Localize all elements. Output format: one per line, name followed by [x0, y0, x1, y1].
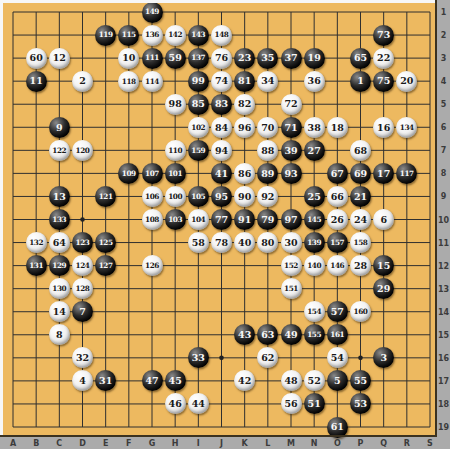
move-number: 77: [215, 215, 228, 225]
move-number: 143: [191, 31, 205, 38]
move-number: 11: [30, 76, 43, 86]
row-label-2: 2: [441, 31, 447, 40]
move-number: 115: [122, 31, 136, 38]
stone-black-73: 73: [373, 25, 394, 46]
column-label-O: O: [334, 439, 341, 448]
stone-white-98: 98: [165, 94, 186, 115]
move-number: 16: [377, 123, 390, 133]
stone-white-154: 154: [304, 301, 325, 322]
stone-white-38: 38: [304, 117, 325, 138]
move-number: 10: [122, 53, 135, 63]
stone-black-145: 145: [304, 209, 325, 230]
move-number: 62: [261, 353, 274, 363]
stone-black-33: 33: [188, 347, 209, 368]
stone-white-158: 158: [350, 232, 371, 253]
move-number: 21: [354, 192, 367, 202]
stone-white-148: 148: [211, 25, 232, 46]
stone-white-52: 52: [304, 370, 325, 391]
stone-black-105: 105: [188, 186, 209, 207]
stone-black-93: 93: [281, 163, 302, 184]
column-label-F: F: [126, 439, 131, 448]
stone-white-58: 58: [188, 232, 209, 253]
stone-white-122: 122: [49, 140, 70, 161]
move-number: 70: [261, 123, 274, 133]
move-number: 145: [307, 216, 321, 223]
stone-black-143: 143: [188, 25, 209, 46]
stone-white-94: 94: [211, 140, 232, 161]
move-number: 130: [52, 285, 66, 292]
move-number: 12: [53, 53, 66, 63]
move-number: 25: [308, 192, 321, 202]
stone-white-36: 36: [304, 71, 325, 92]
column-label-D: D: [79, 439, 86, 448]
stone-black-65: 65: [350, 48, 371, 69]
stone-white-56: 56: [281, 393, 302, 414]
row-label-15: 15: [438, 330, 449, 339]
stone-white-70: 70: [257, 117, 278, 138]
move-number: 78: [215, 238, 228, 248]
move-number: 69: [354, 169, 367, 179]
move-number: 47: [145, 376, 158, 386]
stone-white-30: 30: [281, 232, 302, 253]
move-number: 120: [75, 147, 89, 154]
stone-white-12: 12: [49, 48, 70, 69]
stone-white-54: 54: [327, 347, 348, 368]
move-number: 67: [331, 169, 344, 179]
stone-white-22: 22: [373, 48, 394, 69]
move-number: 24: [354, 215, 367, 225]
move-number: 118: [122, 78, 136, 85]
move-number: 23: [238, 53, 251, 63]
row-label-13: 13: [438, 284, 449, 293]
stone-black-77: 77: [211, 209, 232, 230]
move-number: 38: [308, 123, 321, 133]
column-label-A: A: [10, 439, 16, 448]
move-number: 22: [377, 53, 390, 63]
stone-white-68: 68: [350, 140, 371, 161]
move-number: 5: [334, 376, 341, 386]
stone-white-104: 104: [188, 209, 209, 230]
stone-black-123: 123: [72, 232, 93, 253]
move-number: 96: [238, 123, 251, 133]
move-number: 111: [145, 54, 159, 61]
stone-white-64: 64: [49, 232, 70, 253]
stone-white-34: 34: [257, 71, 278, 92]
column-label-R: R: [404, 439, 410, 448]
move-number: 84: [215, 123, 228, 133]
column-label-P: P: [358, 439, 364, 448]
stone-white-96: 96: [234, 117, 255, 138]
move-number: 41: [215, 169, 228, 179]
column-label-S: S: [427, 439, 433, 448]
stone-white-48: 48: [281, 370, 302, 391]
move-number: 35: [261, 53, 274, 63]
stone-black-45: 45: [165, 370, 186, 391]
stone-black-1: 1: [350, 71, 371, 92]
move-number: 123: [75, 239, 89, 246]
stone-white-20: 20: [396, 71, 417, 92]
stone-white-124: 124: [72, 255, 93, 276]
stone-white-108: 108: [142, 209, 163, 230]
move-number: 128: [75, 285, 89, 292]
move-number: 49: [284, 330, 297, 340]
move-number: 94: [215, 146, 228, 156]
go-app-window: 1234567891011121314151617181920212223242…: [0, 0, 450, 449]
move-number: 140: [307, 262, 321, 269]
move-number: 54: [331, 353, 344, 363]
row-label-8: 8: [441, 169, 447, 178]
stone-white-60: 60: [26, 48, 47, 69]
stone-white-78: 78: [211, 232, 232, 253]
stone-black-119: 119: [95, 25, 116, 46]
stone-white-151: 151: [281, 278, 302, 299]
move-number: 13: [53, 192, 66, 202]
column-label-E: E: [103, 439, 108, 448]
move-number: 15: [377, 261, 390, 271]
column-label-M: M: [287, 439, 295, 448]
stone-black-99: 99: [188, 71, 209, 92]
move-number: 3: [380, 353, 387, 363]
stone-white-142: 142: [165, 25, 186, 46]
move-number: 131: [29, 262, 43, 269]
row-label-4: 4: [441, 77, 447, 86]
stone-black-67: 67: [327, 163, 348, 184]
stone-white-76: 76: [211, 48, 232, 69]
stone-white-130: 130: [49, 278, 70, 299]
move-number: 122: [52, 147, 66, 154]
row-label-16: 16: [438, 353, 449, 362]
stone-black-23: 23: [234, 48, 255, 69]
stone-black-155: 155: [304, 324, 325, 345]
column-label-L: L: [265, 439, 270, 448]
stone-white-26: 26: [327, 209, 348, 230]
move-number: 9: [56, 123, 63, 133]
move-number: 40: [238, 238, 251, 248]
move-number: 129: [52, 262, 66, 269]
stone-white-66: 66: [327, 186, 348, 207]
move-number: 154: [307, 308, 321, 315]
column-label-K: K: [242, 439, 248, 448]
stone-white-120: 120: [72, 140, 93, 161]
stone-black-75: 75: [373, 71, 394, 92]
move-number: 20: [400, 76, 413, 86]
move-number: 55: [354, 376, 367, 386]
move-number: 34: [261, 76, 274, 86]
column-label-B: B: [33, 439, 39, 448]
move-number: 82: [238, 99, 251, 109]
stone-black-137: 137: [188, 48, 209, 69]
move-number: 60: [30, 53, 43, 63]
move-number: 146: [330, 262, 344, 269]
stone-white-106: 106: [142, 186, 163, 207]
move-number: 119: [99, 31, 113, 38]
column-label-I: I: [197, 439, 200, 448]
stone-white-114: 114: [142, 71, 163, 92]
move-number: 52: [308, 376, 321, 386]
stone-black-131: 131: [26, 255, 47, 276]
stone-white-100: 100: [165, 186, 186, 207]
move-number: 30: [284, 238, 297, 248]
stone-white-2: 2: [72, 71, 93, 92]
move-number: 152: [284, 262, 298, 269]
move-number: 105: [191, 193, 205, 200]
move-number: 53: [354, 399, 367, 409]
stone-black-115: 115: [118, 25, 139, 46]
row-label-12: 12: [438, 261, 449, 270]
stone-black-81: 81: [234, 71, 255, 92]
stone-white-152: 152: [281, 255, 302, 276]
column-label-N: N: [311, 439, 318, 448]
move-number: 137: [191, 54, 205, 61]
move-number: 66: [331, 192, 344, 202]
stone-black-17: 17: [373, 163, 394, 184]
stone-black-39: 39: [281, 140, 302, 161]
move-number: 58: [192, 238, 205, 248]
row-label-3: 3: [441, 54, 447, 63]
move-number: 65: [354, 53, 367, 63]
move-number: 39: [284, 146, 297, 156]
row-label-5: 5: [441, 100, 447, 109]
row-label-6: 6: [441, 123, 447, 132]
stone-white-24: 24: [350, 209, 371, 230]
move-number: 80: [261, 238, 274, 248]
row-label-10: 10: [438, 215, 449, 224]
move-number: 2: [79, 76, 86, 86]
move-number: 91: [238, 215, 251, 225]
stone-black-103: 103: [165, 209, 186, 230]
move-number: 42: [238, 376, 251, 386]
stone-black-111: 111: [142, 48, 163, 69]
stone-black-129: 129: [49, 255, 70, 276]
move-number: 161: [330, 331, 344, 338]
move-number: 88: [261, 146, 274, 156]
move-number: 103: [168, 216, 182, 223]
stone-white-46: 46: [165, 393, 186, 414]
stone-black-25: 25: [304, 186, 325, 207]
stone-white-140: 140: [304, 255, 325, 276]
move-number: 158: [353, 239, 367, 246]
stone-white-126: 126: [142, 255, 163, 276]
stone-black-35: 35: [257, 48, 278, 69]
move-number: 104: [191, 216, 205, 223]
move-number: 63: [261, 330, 274, 340]
stone-black-27: 27: [304, 140, 325, 161]
move-number: 1: [357, 76, 364, 86]
move-number: 97: [284, 215, 297, 225]
stone-black-51: 51: [304, 393, 325, 414]
stone-white-18: 18: [327, 117, 348, 138]
column-label-J: J: [220, 439, 223, 448]
move-number: 159: [191, 147, 205, 154]
move-number: 28: [354, 261, 367, 271]
row-label-9: 9: [441, 192, 447, 201]
stone-black-157: 157: [327, 232, 348, 253]
stone-black-107: 107: [142, 163, 163, 184]
move-number: 101: [168, 170, 182, 177]
move-number: 44: [192, 399, 205, 409]
row-label-19: 19: [438, 423, 449, 432]
stone-white-134: 134: [396, 117, 417, 138]
move-number: 72: [284, 99, 297, 109]
move-number: 48: [284, 376, 297, 386]
stone-white-82: 82: [234, 94, 255, 115]
stone-black-47: 47: [142, 370, 163, 391]
move-number: 100: [168, 193, 182, 200]
stone-black-9: 9: [49, 117, 70, 138]
stone-black-37: 37: [281, 48, 302, 69]
move-number: 33: [192, 353, 205, 363]
column-label-G: G: [149, 439, 156, 448]
move-number: 83: [215, 99, 228, 109]
move-number: 76: [215, 53, 228, 63]
move-number: 4: [79, 376, 86, 386]
move-number: 59: [169, 53, 182, 63]
move-number: 56: [284, 399, 297, 409]
move-number: 45: [169, 376, 182, 386]
stone-white-90: 90: [234, 186, 255, 207]
stone-white-16: 16: [373, 117, 394, 138]
row-label-14: 14: [438, 307, 449, 316]
stone-black-139: 139: [304, 232, 325, 253]
stone-white-74: 74: [211, 71, 232, 92]
stone-black-21: 21: [350, 186, 371, 207]
move-number: 26: [331, 215, 344, 225]
stone-white-86: 86: [234, 163, 255, 184]
board-edge-bottom: [0, 435, 437, 437]
move-number: 31: [99, 376, 112, 386]
move-number: 92: [261, 192, 274, 202]
stone-black-133: 133: [49, 209, 70, 230]
move-number: 8: [56, 330, 63, 340]
stone-white-14: 14: [49, 301, 70, 322]
move-number: 117: [400, 170, 414, 177]
move-number: 102: [191, 124, 205, 131]
move-number: 64: [53, 238, 66, 248]
row-label-11: 11: [438, 238, 449, 247]
row-label-7: 7: [441, 146, 447, 155]
move-number: 149: [145, 8, 159, 15]
stone-white-146: 146: [327, 255, 348, 276]
stone-black-83: 83: [211, 94, 232, 115]
move-number: 106: [145, 193, 159, 200]
move-number: 127: [99, 262, 113, 269]
move-number: 6: [380, 215, 387, 225]
stone-black-71: 71: [281, 117, 302, 138]
column-label-C: C: [56, 439, 62, 448]
stone-white-88: 88: [257, 140, 278, 161]
stone-black-49: 49: [281, 324, 302, 345]
stone-white-84: 84: [211, 117, 232, 138]
move-number: 89: [261, 169, 274, 179]
move-number: 74: [215, 76, 228, 86]
stone-white-132: 132: [26, 232, 47, 253]
move-number: 61: [331, 422, 344, 432]
move-number: 32: [76, 353, 89, 363]
move-number: 98: [169, 99, 182, 109]
stone-black-13: 13: [49, 186, 70, 207]
board-edge-top: [0, 0, 437, 3]
move-number: 93: [284, 169, 297, 179]
stone-white-118: 118: [118, 71, 139, 92]
move-number: 18: [331, 123, 344, 133]
move-number: 132: [29, 239, 43, 246]
move-number: 136: [145, 31, 159, 38]
move-number: 90: [238, 192, 251, 202]
move-number: 110: [168, 147, 182, 154]
move-number: 121: [99, 193, 113, 200]
stone-black-161: 161: [327, 324, 348, 345]
board-edge-right: [435, 0, 437, 437]
stone-black-159: 159: [188, 140, 209, 161]
move-number: 99: [192, 76, 205, 86]
stone-white-8: 8: [49, 324, 70, 345]
move-number: 160: [353, 308, 367, 315]
move-number: 114: [145, 78, 159, 85]
move-number: 14: [53, 307, 66, 317]
stone-white-102: 102: [188, 117, 209, 138]
stone-black-59: 59: [165, 48, 186, 69]
move-number: 79: [261, 215, 274, 225]
move-number: 155: [307, 331, 321, 338]
move-number: 81: [238, 76, 251, 86]
column-label-H: H: [172, 439, 179, 448]
move-number: 43: [238, 330, 251, 340]
move-number: 139: [307, 239, 321, 246]
stone-black-101: 101: [165, 163, 186, 184]
move-number: 19: [308, 53, 321, 63]
move-number: 68: [354, 146, 367, 156]
stone-white-72: 72: [281, 94, 302, 115]
row-label-18: 18: [438, 399, 449, 408]
stone-black-97: 97: [281, 209, 302, 230]
move-number: 29: [377, 284, 390, 294]
row-label-17: 17: [438, 376, 449, 385]
column-label-Q: Q: [380, 439, 387, 448]
move-number: 71: [284, 123, 297, 133]
stone-black-95: 95: [211, 186, 232, 207]
move-number: 7: [79, 307, 86, 317]
move-number: 51: [308, 399, 321, 409]
move-number: 151: [284, 285, 298, 292]
move-number: 46: [169, 399, 182, 409]
move-number: 134: [400, 124, 414, 131]
move-number: 157: [330, 239, 344, 246]
stone-black-11: 11: [26, 71, 47, 92]
move-number: 17: [377, 169, 390, 179]
move-number: 125: [99, 239, 113, 246]
board-edge-left: [0, 0, 3, 437]
stone-white-10: 10: [118, 48, 139, 69]
stone-black-19: 19: [304, 48, 325, 69]
move-number: 95: [215, 192, 228, 202]
stone-black-41: 41: [211, 163, 232, 184]
move-number: 86: [238, 169, 251, 179]
move-number: 107: [145, 170, 159, 177]
move-number: 36: [308, 76, 321, 86]
row-label-1: 1: [441, 8, 447, 17]
stone-black-57: 57: [327, 301, 348, 322]
stone-black-69: 69: [350, 163, 371, 184]
move-number: 57: [331, 307, 344, 317]
move-number: 126: [145, 262, 159, 269]
move-number: 37: [284, 53, 297, 63]
stone-black-149: 149: [142, 2, 163, 23]
move-number: 75: [377, 76, 390, 86]
move-number: 133: [52, 216, 66, 223]
move-number: 124: [75, 262, 89, 269]
stone-black-121: 121: [95, 186, 116, 207]
move-number: 109: [122, 170, 136, 177]
